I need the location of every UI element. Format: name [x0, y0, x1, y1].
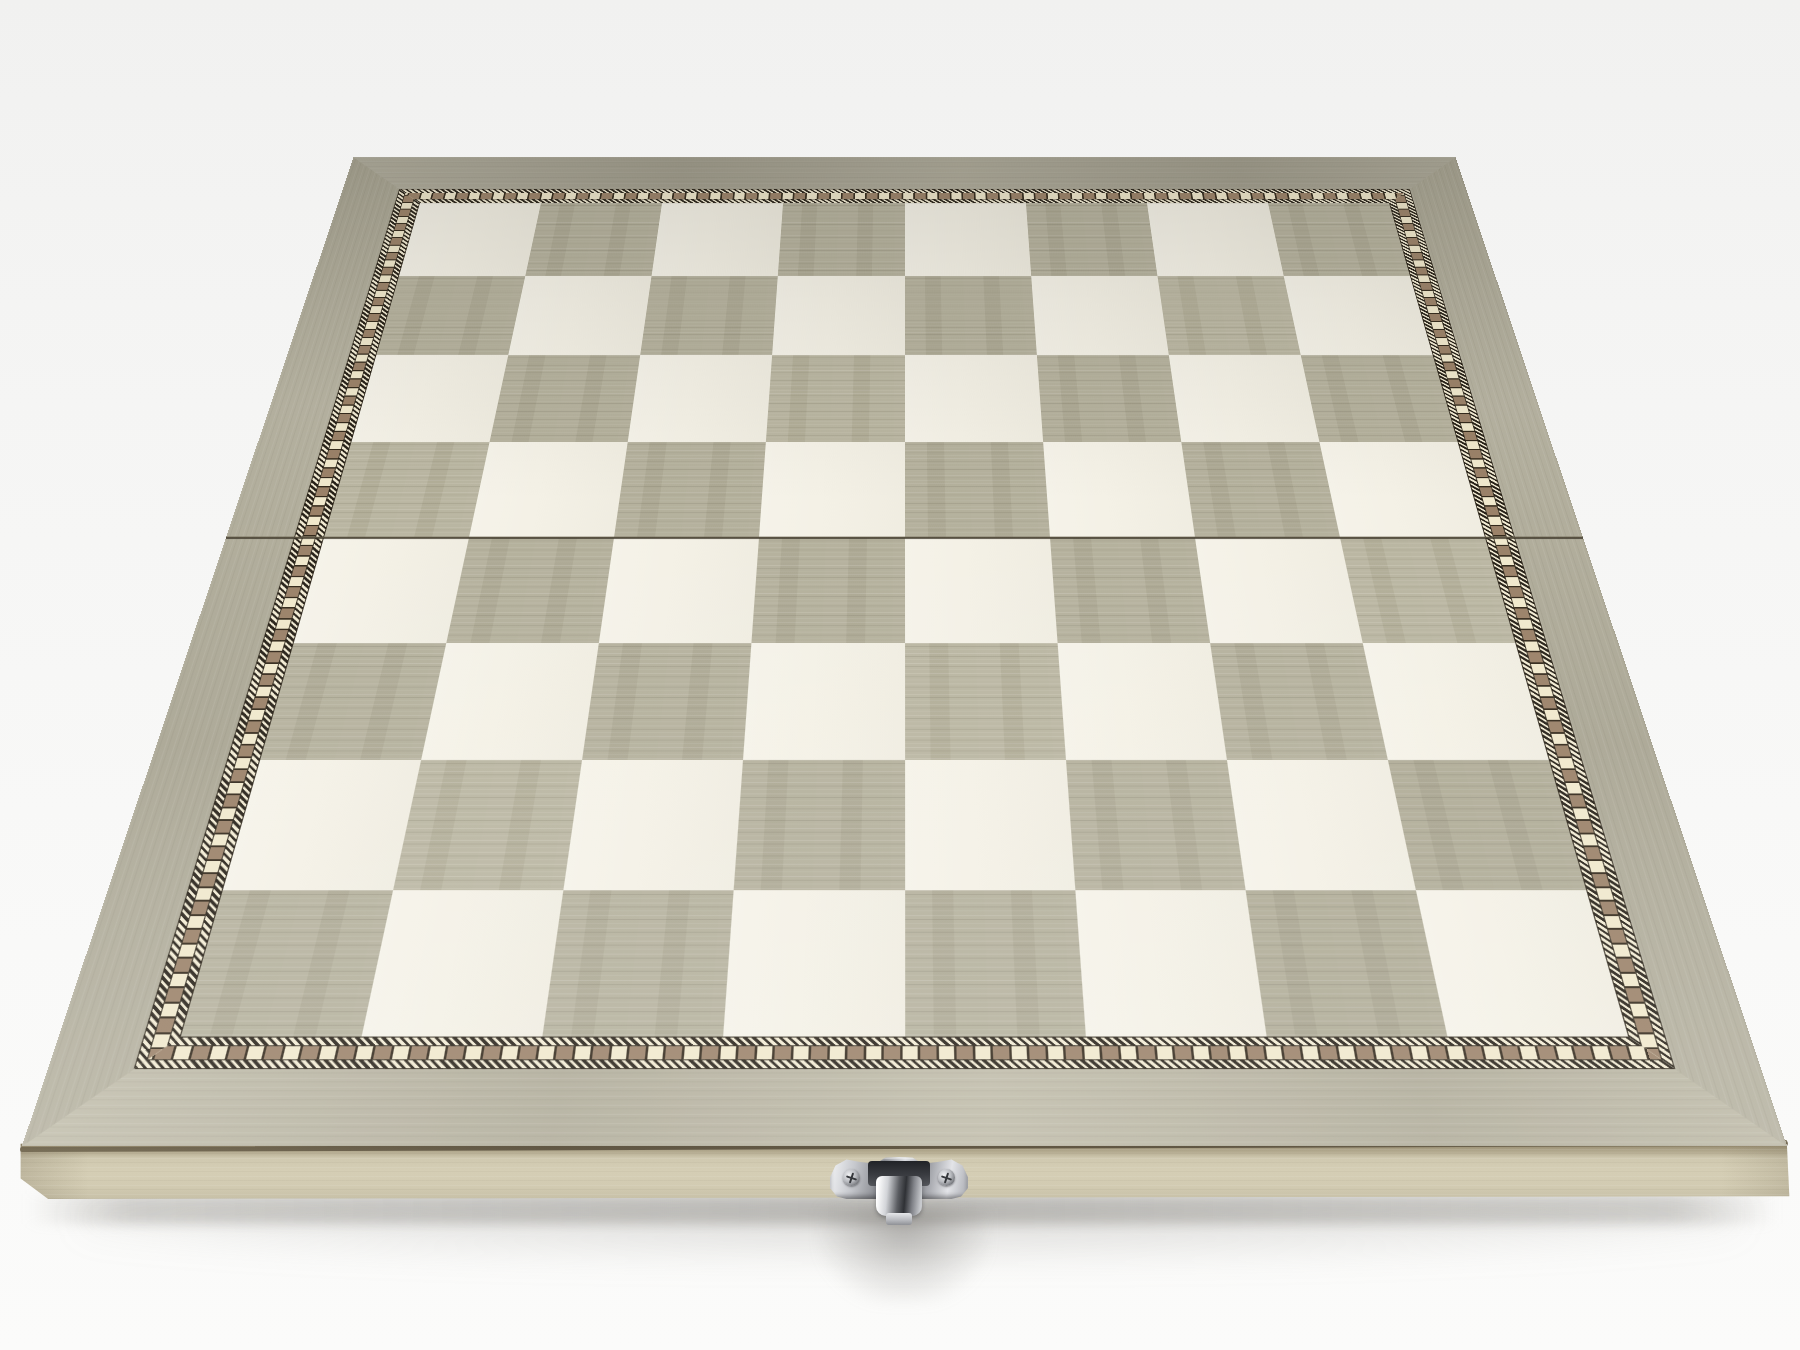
- square-b8[interactable]: [525, 203, 662, 276]
- square-f6[interactable]: [1037, 355, 1182, 442]
- fold-seam: [226, 536, 1584, 539]
- square-a7[interactable]: [376, 276, 525, 355]
- square-h6[interactable]: [1301, 355, 1458, 442]
- square-d6[interactable]: [766, 355, 904, 442]
- square-f8[interactable]: [1026, 203, 1158, 276]
- square-c1[interactable]: [543, 890, 734, 1036]
- latch-knob: [876, 1176, 922, 1216]
- square-g5[interactable]: [1181, 442, 1340, 537]
- square-f5[interactable]: [1043, 442, 1195, 537]
- board-frame-top: [343, 157, 1466, 189]
- square-b2[interactable]: [393, 760, 582, 890]
- square-h8[interactable]: [1268, 203, 1410, 276]
- square-e5[interactable]: [905, 442, 1050, 537]
- square-b6[interactable]: [490, 355, 641, 442]
- square-a6[interactable]: [351, 355, 508, 442]
- square-d5[interactable]: [759, 442, 904, 537]
- square-b5[interactable]: [469, 442, 628, 537]
- square-g3[interactable]: [1210, 643, 1388, 760]
- square-d1[interactable]: [724, 890, 905, 1036]
- square-d4[interactable]: [752, 538, 905, 643]
- square-e2[interactable]: [905, 760, 1075, 890]
- latch-tab: [886, 1213, 912, 1225]
- inlay-border-top-blocks: [396, 193, 1413, 199]
- square-f7[interactable]: [1031, 276, 1169, 355]
- board-squares: [181, 203, 1628, 1036]
- chess-board: [22, 157, 1787, 1146]
- square-f3[interactable]: [1057, 643, 1226, 760]
- square-e8[interactable]: [905, 203, 1031, 276]
- square-e3[interactable]: [905, 643, 1066, 760]
- square-a8[interactable]: [399, 203, 541, 276]
- square-c6[interactable]: [628, 355, 773, 442]
- square-g1[interactable]: [1245, 890, 1447, 1036]
- square-e6[interactable]: [905, 355, 1043, 442]
- square-b1[interactable]: [362, 890, 564, 1036]
- square-e7[interactable]: [905, 276, 1037, 355]
- square-g6[interactable]: [1169, 355, 1320, 442]
- square-c5[interactable]: [614, 442, 766, 537]
- square-c4[interactable]: [599, 538, 759, 643]
- photo-background: [0, 0, 1800, 1350]
- square-b3[interactable]: [421, 643, 599, 760]
- square-e1[interactable]: [905, 890, 1086, 1036]
- inlay-border-top: [395, 189, 1414, 203]
- square-h4[interactable]: [1340, 538, 1515, 643]
- square-d3[interactable]: [743, 643, 904, 760]
- square-h5[interactable]: [1319, 442, 1485, 537]
- square-c7[interactable]: [640, 276, 778, 355]
- square-c2[interactable]: [564, 760, 744, 890]
- square-g4[interactable]: [1195, 538, 1363, 643]
- square-c8[interactable]: [652, 203, 784, 276]
- board-frame-bottom: [22, 1069, 1787, 1146]
- square-d8[interactable]: [778, 203, 904, 276]
- square-b4[interactable]: [446, 538, 614, 643]
- square-f2[interactable]: [1066, 760, 1246, 890]
- square-a4[interactable]: [294, 538, 469, 643]
- square-h7[interactable]: [1284, 276, 1433, 355]
- square-g8[interactable]: [1147, 203, 1284, 276]
- square-c3[interactable]: [582, 643, 751, 760]
- square-d2[interactable]: [734, 760, 904, 890]
- latch-screw-left: [843, 1169, 860, 1186]
- square-a5[interactable]: [324, 442, 490, 537]
- square-d7[interactable]: [772, 276, 904, 355]
- square-f4[interactable]: [1050, 538, 1210, 643]
- square-g2[interactable]: [1227, 760, 1416, 890]
- square-b7[interactable]: [508, 276, 651, 355]
- square-e4[interactable]: [905, 538, 1058, 643]
- inlay-border-bottom: [134, 1037, 1676, 1070]
- square-f1[interactable]: [1075, 890, 1266, 1036]
- square-a3[interactable]: [260, 643, 446, 760]
- square-g7[interactable]: [1157, 276, 1300, 355]
- inlay-border-bottom-blocks: [137, 1046, 1673, 1059]
- latch-screw-right: [938, 1169, 955, 1186]
